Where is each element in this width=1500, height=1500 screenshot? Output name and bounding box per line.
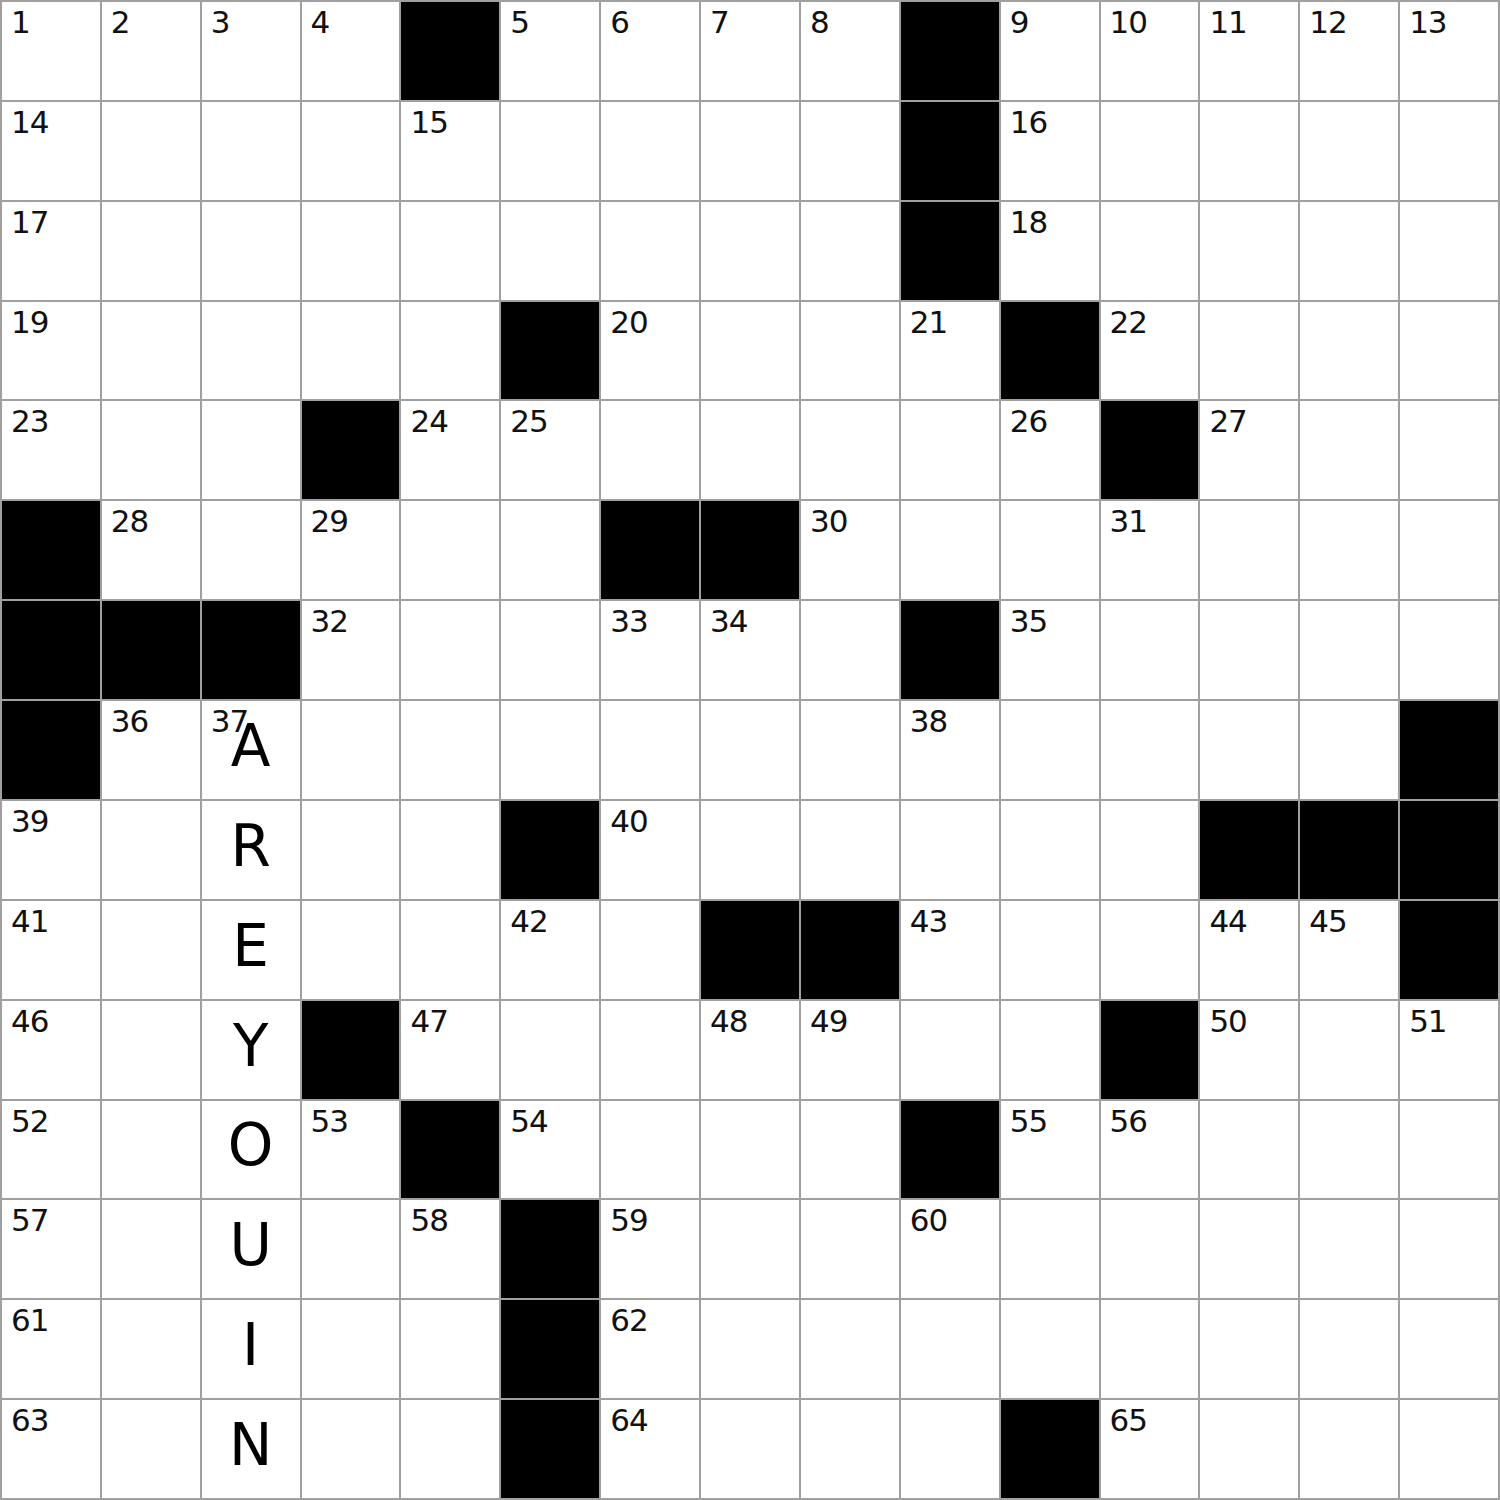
clue-number-28: 28 xyxy=(111,506,148,537)
cell-r4c5[interactable] xyxy=(401,302,499,400)
cell-r2c9[interactable] xyxy=(801,102,899,200)
cell-r10c14[interactable]: 45 xyxy=(1300,901,1398,999)
black-cell-r14c6 xyxy=(501,1300,599,1398)
cell-r4c2[interactable] xyxy=(102,302,200,400)
cell-r1c8[interactable]: 7 xyxy=(701,2,799,100)
cell-r13c15[interactable] xyxy=(1400,1200,1498,1298)
cell-r10c5[interactable] xyxy=(401,901,499,999)
clue-number-33: 33 xyxy=(610,606,647,637)
cell-r10c11[interactable] xyxy=(1001,901,1099,999)
cell-r8c9[interactable] xyxy=(801,701,899,799)
clue-number-44: 44 xyxy=(1209,906,1246,937)
cell-letter: O xyxy=(202,1101,300,1199)
cell-r1c2[interactable]: 2 xyxy=(102,2,200,100)
black-cell-r11c12 xyxy=(1101,1001,1199,1099)
clue-number-19: 19 xyxy=(11,307,48,338)
cell-r1c13[interactable]: 11 xyxy=(1200,2,1298,100)
cell-r12c7[interactable] xyxy=(601,1101,699,1199)
cell-r13c7[interactable]: 59 xyxy=(601,1200,699,1298)
cell-r15c13[interactable] xyxy=(1200,1400,1298,1498)
cell-r11c8[interactable]: 48 xyxy=(701,1001,799,1099)
clue-number-4: 4 xyxy=(311,7,330,38)
clue-number-17: 17 xyxy=(11,207,48,238)
black-cell-r9c15 xyxy=(1400,801,1498,899)
cell-r10c6[interactable]: 42 xyxy=(501,901,599,999)
cell-r5c6[interactable]: 25 xyxy=(501,401,599,499)
cell-r12c11[interactable]: 55 xyxy=(1001,1101,1099,1199)
cell-r10c7[interactable] xyxy=(601,901,699,999)
cell-r12c3[interactable]: O xyxy=(202,1101,300,1199)
cell-r6c10[interactable] xyxy=(901,501,999,599)
cell-r15c7[interactable]: 64 xyxy=(601,1400,699,1498)
clue-number-59: 59 xyxy=(610,1205,647,1236)
cell-r13c14[interactable] xyxy=(1300,1200,1398,1298)
clue-number-11: 11 xyxy=(1209,7,1246,38)
cell-r3c15[interactable] xyxy=(1400,202,1498,300)
clue-number-29: 29 xyxy=(311,506,348,537)
black-cell-r13c6 xyxy=(501,1200,599,1298)
cell-r6c13[interactable] xyxy=(1200,501,1298,599)
cell-r8c11[interactable] xyxy=(1001,701,1099,799)
cell-r8c12[interactable] xyxy=(1101,701,1199,799)
cell-r14c10[interactable] xyxy=(901,1300,999,1398)
clue-number-41: 41 xyxy=(11,906,48,937)
cell-r10c3[interactable]: E xyxy=(202,901,300,999)
cell-r9c11[interactable] xyxy=(1001,801,1099,899)
clue-number-63: 63 xyxy=(11,1405,48,1436)
cell-r9c3[interactable]: R xyxy=(202,801,300,899)
cell-r10c12[interactable] xyxy=(1101,901,1199,999)
cell-r5c8[interactable] xyxy=(701,401,799,499)
cell-r13c3[interactable]: U xyxy=(202,1200,300,1298)
black-cell-r4c6 xyxy=(501,302,599,400)
cell-letter: U xyxy=(202,1200,300,1298)
cell-r12c13[interactable] xyxy=(1200,1101,1298,1199)
cell-r6c2[interactable]: 28 xyxy=(102,501,200,599)
clue-number-14: 14 xyxy=(11,107,48,138)
cell-r9c1[interactable]: 39 xyxy=(2,801,100,899)
black-cell-r12c5 xyxy=(401,1101,499,1199)
cell-r12c8[interactable] xyxy=(701,1101,799,1199)
black-cell-r7c10 xyxy=(901,601,999,699)
cell-r10c10[interactable]: 43 xyxy=(901,901,999,999)
cell-r11c10[interactable] xyxy=(901,1001,999,1099)
clue-number-62: 62 xyxy=(610,1305,647,1336)
cell-r7c15[interactable] xyxy=(1400,601,1498,699)
clue-number-13: 13 xyxy=(1409,7,1446,38)
cell-r3c4[interactable] xyxy=(302,202,400,300)
cell-r5c2[interactable] xyxy=(102,401,200,499)
cell-r12c9[interactable] xyxy=(801,1101,899,1199)
clue-number-31: 31 xyxy=(1110,506,1147,537)
cell-r3c13[interactable] xyxy=(1200,202,1298,300)
cell-r11c11[interactable] xyxy=(1001,1001,1099,1099)
cell-r3c9[interactable] xyxy=(801,202,899,300)
cell-r11c1[interactable]: 46 xyxy=(2,1001,100,1099)
black-cell-r10c15 xyxy=(1400,901,1498,999)
clue-number-35: 35 xyxy=(1010,606,1047,637)
cell-r13c8[interactable] xyxy=(701,1200,799,1298)
black-cell-r9c13 xyxy=(1200,801,1298,899)
clue-number-6: 6 xyxy=(610,7,629,38)
clue-number-54: 54 xyxy=(510,1106,547,1137)
clue-number-22: 22 xyxy=(1110,307,1147,338)
cell-r4c4[interactable] xyxy=(302,302,400,400)
cell-r6c9[interactable]: 30 xyxy=(801,501,899,599)
clue-number-9: 9 xyxy=(1010,7,1029,38)
cell-r14c9[interactable] xyxy=(801,1300,899,1398)
black-cell-r3c10 xyxy=(901,202,999,300)
clue-number-2: 2 xyxy=(111,7,130,38)
black-cell-r7c3 xyxy=(202,601,300,699)
black-cell-r2c10 xyxy=(901,102,999,200)
clue-number-30: 30 xyxy=(810,506,847,537)
black-cell-r15c6 xyxy=(501,1400,599,1498)
black-cell-r6c8 xyxy=(701,501,799,599)
cell-r2c11[interactable]: 16 xyxy=(1001,102,1099,200)
black-cell-r15c11 xyxy=(1001,1400,1099,1498)
cell-r3c11[interactable]: 18 xyxy=(1001,202,1099,300)
clue-number-49: 49 xyxy=(810,1006,847,1037)
cell-letter: E xyxy=(202,901,300,999)
clue-number-45: 45 xyxy=(1309,906,1346,937)
cell-r7c13[interactable] xyxy=(1200,601,1298,699)
cell-r13c2[interactable] xyxy=(102,1200,200,1298)
cell-r13c9[interactable] xyxy=(801,1200,899,1298)
clue-number-60: 60 xyxy=(910,1205,947,1236)
cell-r6c12[interactable]: 31 xyxy=(1101,501,1199,599)
cell-r14c4[interactable] xyxy=(302,1300,400,1398)
cell-r14c3[interactable]: I xyxy=(202,1300,300,1398)
clue-number-47: 47 xyxy=(410,1006,447,1037)
cell-r1c6[interactable]: 5 xyxy=(501,2,599,100)
cell-r8c2[interactable]: 36 xyxy=(102,701,200,799)
cell-r4c14[interactable] xyxy=(1300,302,1398,400)
cell-r3c14[interactable] xyxy=(1300,202,1398,300)
cell-r5c11[interactable]: 26 xyxy=(1001,401,1099,499)
clue-number-40: 40 xyxy=(610,806,647,837)
clue-number-1: 1 xyxy=(11,7,30,38)
black-cell-r6c7 xyxy=(601,501,699,599)
cell-r1c15[interactable]: 13 xyxy=(1400,2,1498,100)
black-cell-r4c11 xyxy=(1001,302,1099,400)
cell-r14c7[interactable]: 62 xyxy=(601,1300,699,1398)
cell-r4c10[interactable]: 21 xyxy=(901,302,999,400)
cell-r12c12[interactable]: 56 xyxy=(1101,1101,1199,1199)
clue-number-21: 21 xyxy=(910,307,947,338)
cell-r2c3[interactable] xyxy=(202,102,300,200)
clue-number-8: 8 xyxy=(810,7,829,38)
clue-number-20: 20 xyxy=(610,307,647,338)
cell-r5c15[interactable] xyxy=(1400,401,1498,499)
cell-r15c5[interactable] xyxy=(401,1400,499,1498)
cell-r3c12[interactable] xyxy=(1101,202,1199,300)
cell-r6c14[interactable] xyxy=(1300,501,1398,599)
black-cell-r5c12 xyxy=(1101,401,1199,499)
cell-r1c1[interactable]: 1 xyxy=(2,2,100,100)
cell-r1c3[interactable]: 3 xyxy=(202,2,300,100)
cell-r15c10[interactable] xyxy=(901,1400,999,1498)
cell-r2c15[interactable] xyxy=(1400,102,1498,200)
cell-r14c14[interactable] xyxy=(1300,1300,1398,1398)
cell-letter: I xyxy=(202,1300,300,1398)
cell-r8c10[interactable]: 38 xyxy=(901,701,999,799)
cell-r3c7[interactable] xyxy=(601,202,699,300)
cell-r4c12[interactable]: 22 xyxy=(1101,302,1199,400)
cell-r5c10[interactable] xyxy=(901,401,999,499)
cell-r8c4[interactable] xyxy=(302,701,400,799)
clue-number-24: 24 xyxy=(410,406,447,437)
clue-number-25: 25 xyxy=(510,406,547,437)
cell-r10c4[interactable] xyxy=(302,901,400,999)
clue-number-32: 32 xyxy=(311,606,348,637)
cell-r6c5[interactable] xyxy=(401,501,499,599)
cell-r11c3[interactable]: Y xyxy=(202,1001,300,1099)
cell-r9c7[interactable]: 40 xyxy=(601,801,699,899)
clue-number-18: 18 xyxy=(1010,207,1047,238)
clue-number-55: 55 xyxy=(1010,1106,1047,1137)
cell-r14c15[interactable] xyxy=(1400,1300,1498,1398)
clue-number-12: 12 xyxy=(1309,7,1346,38)
cell-r3c8[interactable] xyxy=(701,202,799,300)
clue-number-3: 3 xyxy=(211,7,230,38)
cell-r7c12[interactable] xyxy=(1101,601,1199,699)
cell-r9c2[interactable] xyxy=(102,801,200,899)
cell-r6c11[interactable] xyxy=(1001,501,1099,599)
cell-r7c7[interactable]: 33 xyxy=(601,601,699,699)
cell-r3c5[interactable] xyxy=(401,202,499,300)
black-cell-r7c1 xyxy=(2,601,100,699)
cell-r12c15[interactable] xyxy=(1400,1101,1498,1199)
cell-r1c12[interactable]: 10 xyxy=(1101,2,1199,100)
cell-r2c13[interactable] xyxy=(1200,102,1298,200)
cell-r4c9[interactable] xyxy=(801,302,899,400)
cell-r2c2[interactable] xyxy=(102,102,200,200)
cell-r13c5[interactable]: 58 xyxy=(401,1200,499,1298)
clue-number-57: 57 xyxy=(11,1205,48,1236)
clue-number-10: 10 xyxy=(1110,7,1147,38)
cell-r11c13[interactable]: 50 xyxy=(1200,1001,1298,1099)
cell-r14c8[interactable] xyxy=(701,1300,799,1398)
cell-r13c12[interactable] xyxy=(1101,1200,1199,1298)
clue-number-53: 53 xyxy=(311,1106,348,1137)
clue-number-48: 48 xyxy=(710,1006,747,1037)
cell-r7c4[interactable]: 32 xyxy=(302,601,400,699)
cell-r7c9[interactable] xyxy=(801,601,899,699)
cell-r5c7[interactable] xyxy=(601,401,699,499)
cell-r12c14[interactable] xyxy=(1300,1101,1398,1199)
cell-r15c1[interactable]: 63 xyxy=(2,1400,100,1498)
cell-r3c3[interactable] xyxy=(202,202,300,300)
cell-r14c1[interactable]: 61 xyxy=(2,1300,100,1398)
cell-r5c1[interactable]: 23 xyxy=(2,401,100,499)
clue-number-65: 65 xyxy=(1110,1405,1147,1436)
cell-r11c7[interactable] xyxy=(601,1001,699,1099)
clue-number-42: 42 xyxy=(510,906,547,937)
cell-r15c9[interactable] xyxy=(801,1400,899,1498)
cell-r12c1[interactable]: 52 xyxy=(2,1101,100,1199)
cell-r9c4[interactable] xyxy=(302,801,400,899)
cell-r11c14[interactable] xyxy=(1300,1001,1398,1099)
cell-r11c15[interactable]: 51 xyxy=(1400,1001,1498,1099)
cell-r3c2[interactable] xyxy=(102,202,200,300)
clue-number-56: 56 xyxy=(1110,1106,1147,1137)
cell-r15c8[interactable] xyxy=(701,1400,799,1498)
cell-r9c5[interactable] xyxy=(401,801,499,899)
cell-r7c6[interactable] xyxy=(501,601,599,699)
cell-r4c3[interactable] xyxy=(202,302,300,400)
black-cell-r9c6 xyxy=(501,801,599,899)
cell-r13c13[interactable] xyxy=(1200,1200,1298,1298)
cell-r12c6[interactable]: 54 xyxy=(501,1101,599,1199)
cell-r14c2[interactable] xyxy=(102,1300,200,1398)
black-cell-r10c9 xyxy=(801,901,899,999)
clue-number-61: 61 xyxy=(11,1305,48,1336)
crossword-board: 1234567891011121314151617181920212223242… xyxy=(0,0,1500,1500)
cell-r10c1[interactable]: 41 xyxy=(2,901,100,999)
cell-r11c9[interactable]: 49 xyxy=(801,1001,899,1099)
cell-letter: R xyxy=(202,801,300,899)
black-cell-r6c1 xyxy=(2,501,100,599)
clue-number-15: 15 xyxy=(410,107,447,138)
cell-r1c7[interactable]: 6 xyxy=(601,2,699,100)
cell-r2c4[interactable] xyxy=(302,102,400,200)
cell-r13c4[interactable] xyxy=(302,1200,400,1298)
black-cell-r7c2 xyxy=(102,601,200,699)
clue-number-50: 50 xyxy=(1209,1006,1246,1037)
cell-r2c8[interactable] xyxy=(701,102,799,200)
cell-r9c10[interactable] xyxy=(901,801,999,899)
cell-r15c4[interactable] xyxy=(302,1400,400,1498)
cell-r15c14[interactable] xyxy=(1300,1400,1398,1498)
cell-r1c9[interactable]: 8 xyxy=(801,2,899,100)
clue-number-26: 26 xyxy=(1010,406,1047,437)
cell-r14c5[interactable] xyxy=(401,1300,499,1398)
cell-r14c12[interactable] xyxy=(1101,1300,1199,1398)
cell-r13c1[interactable]: 57 xyxy=(2,1200,100,1298)
cell-r10c2[interactable] xyxy=(102,901,200,999)
cell-r14c11[interactable] xyxy=(1001,1300,1099,1398)
cell-r4c13[interactable] xyxy=(1200,302,1298,400)
cell-r5c3[interactable] xyxy=(202,401,300,499)
cell-r13c10[interactable]: 60 xyxy=(901,1200,999,1298)
cell-r5c13[interactable]: 27 xyxy=(1200,401,1298,499)
cell-r12c2[interactable] xyxy=(102,1101,200,1199)
clue-number-16: 16 xyxy=(1010,107,1047,138)
clue-number-36: 36 xyxy=(111,706,148,737)
clue-number-39: 39 xyxy=(11,806,48,837)
clue-number-43: 43 xyxy=(910,906,947,937)
cell-r15c3[interactable]: N xyxy=(202,1400,300,1498)
cell-r2c7[interactable] xyxy=(601,102,699,200)
cell-r9c9[interactable] xyxy=(801,801,899,899)
cell-r15c2[interactable] xyxy=(102,1400,200,1498)
clue-number-64: 64 xyxy=(610,1405,647,1436)
cell-letter: Y xyxy=(202,1001,300,1099)
black-cell-r12c10 xyxy=(901,1101,999,1199)
cell-r6c6[interactable] xyxy=(501,501,599,599)
cell-r14c13[interactable] xyxy=(1200,1300,1298,1398)
cell-r8c8[interactable] xyxy=(701,701,799,799)
black-cell-r5c4 xyxy=(302,401,400,499)
cell-r4c7[interactable]: 20 xyxy=(601,302,699,400)
black-cell-r8c1 xyxy=(2,701,100,799)
cell-r1c11[interactable]: 9 xyxy=(1001,2,1099,100)
black-cell-r9c14 xyxy=(1300,801,1398,899)
clue-number-46: 46 xyxy=(11,1006,48,1037)
clue-number-27: 27 xyxy=(1209,406,1246,437)
cell-r11c2[interactable] xyxy=(102,1001,200,1099)
cell-r15c12[interactable]: 65 xyxy=(1101,1400,1199,1498)
cell-r4c15[interactable] xyxy=(1400,302,1498,400)
cell-r4c1[interactable]: 19 xyxy=(2,302,100,400)
cell-r13c11[interactable] xyxy=(1001,1200,1099,1298)
cell-r6c15[interactable] xyxy=(1400,501,1498,599)
cell-r8c14[interactable] xyxy=(1300,701,1398,799)
cell-r2c6[interactable] xyxy=(501,102,599,200)
cell-r2c1[interactable]: 14 xyxy=(2,102,100,200)
black-cell-r1c10 xyxy=(901,2,999,100)
cell-r7c8[interactable]: 34 xyxy=(701,601,799,699)
cell-r11c6[interactable] xyxy=(501,1001,599,1099)
black-cell-r1c5 xyxy=(401,2,499,100)
clue-number-52: 52 xyxy=(11,1106,48,1137)
clue-number-34: 34 xyxy=(710,606,747,637)
cell-r12c4[interactable]: 53 xyxy=(302,1101,400,1199)
cell-r5c5[interactable]: 24 xyxy=(401,401,499,499)
cell-r1c4[interactable]: 4 xyxy=(302,2,400,100)
cell-r2c5[interactable]: 15 xyxy=(401,102,499,200)
cell-r7c11[interactable]: 35 xyxy=(1001,601,1099,699)
cell-r8c6[interactable] xyxy=(501,701,599,799)
cell-r2c12[interactable] xyxy=(1101,102,1199,200)
cell-r15c15[interactable] xyxy=(1400,1400,1498,1498)
cell-r7c14[interactable] xyxy=(1300,601,1398,699)
clue-number-23: 23 xyxy=(11,406,48,437)
cell-r9c12[interactable] xyxy=(1101,801,1199,899)
cell-r3c1[interactable]: 17 xyxy=(2,202,100,300)
cell-r6c3[interactable] xyxy=(202,501,300,599)
cell-r10c13[interactable]: 44 xyxy=(1200,901,1298,999)
cell-r9c8[interactable] xyxy=(701,801,799,899)
cell-r5c9[interactable] xyxy=(801,401,899,499)
cell-r6c4[interactable]: 29 xyxy=(302,501,400,599)
clue-number-38: 38 xyxy=(910,706,947,737)
black-cell-r11c4 xyxy=(302,1001,400,1099)
black-cell-r8c15 xyxy=(1400,701,1498,799)
cell-r5c14[interactable] xyxy=(1300,401,1398,499)
cell-r2c14[interactable] xyxy=(1300,102,1398,200)
cell-r8c13[interactable] xyxy=(1200,701,1298,799)
cell-r8c3[interactable]: 37A xyxy=(202,701,300,799)
black-cell-r10c8 xyxy=(701,901,799,999)
cell-r3c6[interactable] xyxy=(501,202,599,300)
clue-number-7: 7 xyxy=(710,7,729,38)
cell-r11c5[interactable]: 47 xyxy=(401,1001,499,1099)
cell-r7c5[interactable] xyxy=(401,601,499,699)
cell-r4c8[interactable] xyxy=(701,302,799,400)
cell-r1c14[interactable]: 12 xyxy=(1300,2,1398,100)
cell-r8c5[interactable] xyxy=(401,701,499,799)
cell-r8c7[interactable] xyxy=(601,701,699,799)
cell-letter: A xyxy=(202,701,300,799)
clue-number-58: 58 xyxy=(410,1205,447,1236)
cell-letter: N xyxy=(202,1400,300,1498)
clue-number-5: 5 xyxy=(510,7,529,38)
clue-number-51: 51 xyxy=(1409,1006,1446,1037)
